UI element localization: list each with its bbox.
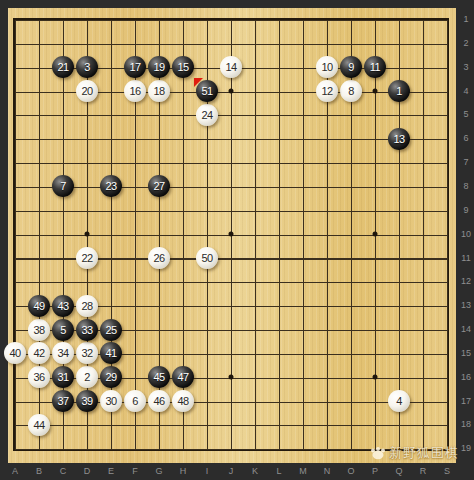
row-label-7: 7 [459,157,473,168]
stone-white-44: 44 [28,414,50,436]
star-point-J4 [229,89,234,94]
stone-white-8: 8 [340,80,362,102]
stone-black-41: 41 [100,342,122,364]
stone-white-16: 16 [124,80,146,102]
stone-black-51: 51 [196,80,218,102]
row-label-4: 4 [459,86,473,97]
stone-black-5: 5 [52,319,74,341]
move-number: 5 [60,324,66,336]
row-label-13: 13 [459,300,473,311]
star-point-J16 [229,375,234,380]
move-number: 46 [153,395,164,407]
stone-white-48: 48 [172,390,194,412]
move-number: 51 [201,85,212,97]
move-number: 17 [129,61,140,73]
star-point-J10 [229,232,234,237]
row-label-11: 11 [459,253,473,264]
row-label-18: 18 [459,419,473,430]
col-label-D: D [80,466,94,477]
move-number: 11 [370,61,380,73]
move-number: 19 [153,61,164,73]
stone-black-15: 15 [172,56,194,78]
move-number: 29 [105,371,116,383]
row-label-15: 15 [459,348,473,359]
col-label-Q: Q [392,466,406,477]
row-label-16: 16 [459,372,473,383]
move-number: 13 [393,133,404,145]
stone-white-20: 20 [76,80,98,102]
stone-black-25: 25 [100,319,122,341]
star-point-P10 [373,232,378,237]
row-label-17: 17 [459,396,473,407]
move-number: 7 [60,180,66,192]
stone-black-43: 43 [52,295,74,317]
move-number: 47 [177,371,188,383]
stone-black-19: 19 [148,56,170,78]
col-label-N: N [320,466,334,477]
col-label-P: P [368,466,382,477]
row-label-19: 19 [459,443,473,454]
col-label-I: I [200,466,214,477]
row-label-9: 9 [459,205,473,216]
row-label-8: 8 [459,181,473,192]
move-number: 6 [132,395,138,407]
move-number: 27 [153,180,164,192]
col-label-H: H [176,466,190,477]
move-number: 23 [105,180,116,192]
stone-black-27: 27 [148,175,170,197]
stone-white-50: 50 [196,247,218,269]
stone-black-31: 31 [52,366,74,388]
move-number: 10 [321,61,332,73]
stone-black-49: 49 [28,295,50,317]
stone-black-39: 39 [76,390,98,412]
move-number: 42 [33,347,44,359]
stone-white-6: 6 [124,390,146,412]
stone-black-13: 13 [388,128,410,150]
move-number: 24 [201,109,212,121]
move-number: 49 [33,300,44,312]
row-label-1: 1 [459,14,473,25]
move-number: 22 [81,252,92,264]
col-label-A: A [8,466,22,477]
stone-white-12: 12 [316,80,338,102]
stone-white-34: 34 [52,342,74,364]
stone-black-47: 47 [172,366,194,388]
move-number: 33 [81,324,92,336]
move-number: 48 [177,395,188,407]
stone-white-36: 36 [28,366,50,388]
move-number: 30 [105,395,116,407]
col-label-R: R [416,466,430,477]
move-number: 41 [105,347,116,359]
move-number: 2 [84,371,90,383]
stone-white-46: 46 [148,390,170,412]
stone-black-1: 1 [388,80,410,102]
move-number: 50 [201,252,212,264]
stone-white-10: 10 [316,56,338,78]
stone-white-2: 2 [76,366,98,388]
move-number: 20 [81,85,92,97]
stone-black-9: 9 [340,56,362,78]
stone-black-37: 37 [52,390,74,412]
col-label-B: B [32,466,46,477]
move-number: 45 [153,371,164,383]
row-label-12: 12 [459,276,473,287]
stone-white-24: 24 [196,104,218,126]
col-label-J: J [224,466,238,477]
goban[interactable]: 1234567891011121314151617181920212223242… [8,8,456,463]
stone-white-42: 42 [28,342,50,364]
stone-white-30: 30 [100,390,122,412]
col-label-C: C [56,466,70,477]
stone-white-4: 4 [388,390,410,412]
move-number: 39 [81,395,92,407]
move-number: 25 [105,324,116,336]
row-label-2: 2 [459,38,473,49]
stone-black-29: 29 [100,366,122,388]
last-move-marker [194,78,203,87]
stone-black-11: 11 [364,56,386,78]
col-label-L: L [272,466,286,477]
stone-black-17: 17 [124,56,146,78]
star-point-P4 [373,89,378,94]
stone-white-18: 18 [148,80,170,102]
stone-white-26: 26 [148,247,170,269]
col-label-G: G [152,466,166,477]
row-label-10: 10 [459,229,473,240]
row-label-14: 14 [459,324,473,335]
move-number: 12 [321,85,332,97]
move-number: 4 [396,395,402,407]
stone-white-14: 14 [220,56,242,78]
star-point-D10 [85,232,90,237]
stone-black-45: 45 [148,366,170,388]
stone-black-3: 3 [76,56,98,78]
col-label-S: S [440,466,454,477]
move-number: 28 [81,300,92,312]
stone-black-23: 23 [100,175,122,197]
stone-white-32: 32 [76,342,98,364]
col-label-E: E [104,466,118,477]
move-number: 36 [33,371,44,383]
move-number: 1 [396,85,402,97]
move-number: 32 [81,347,92,359]
col-label-M: M [296,466,310,477]
move-number: 15 [177,61,188,73]
row-label-6: 6 [459,133,473,144]
col-label-O: O [344,466,358,477]
row-label-3: 3 [459,62,473,73]
row-label-5: 5 [459,109,473,120]
move-number: 9 [348,61,354,73]
move-number: 3 [84,61,90,73]
move-number: 40 [9,347,20,359]
move-number: 16 [129,85,140,97]
move-number: 44 [33,419,44,431]
stone-white-38: 38 [28,319,50,341]
col-label-K: K [248,466,262,477]
move-number: 14 [225,61,236,73]
move-number: 37 [57,395,68,407]
move-number: 18 [153,85,164,97]
move-number: 31 [57,371,68,383]
move-number: 21 [57,61,68,73]
stone-black-7: 7 [52,175,74,197]
move-number: 38 [33,324,44,336]
stone-black-21: 21 [52,56,74,78]
move-number: 43 [57,300,68,312]
star-point-P16 [373,375,378,380]
stone-white-40: 40 [4,342,26,364]
move-number: 34 [57,347,68,359]
stone-white-28: 28 [76,295,98,317]
stone-black-33: 33 [76,319,98,341]
col-label-F: F [128,466,142,477]
stone-white-22: 22 [76,247,98,269]
move-number: 8 [348,85,354,97]
go-diagram: 1234567891011121314151617181920212223242… [0,0,474,480]
move-number: 26 [153,252,164,264]
